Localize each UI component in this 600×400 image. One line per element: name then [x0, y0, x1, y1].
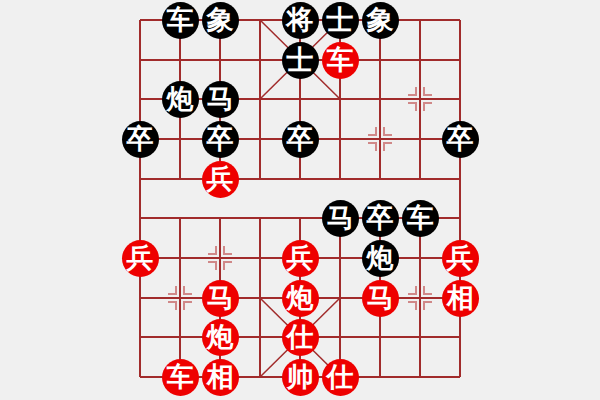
piece-black-chariot[interactable]: 车 — [402, 200, 439, 237]
piece-black-horse[interactable]: 马 — [202, 81, 239, 118]
piece-red-elephant[interactable]: 相 — [202, 359, 239, 396]
piece-black-elephant[interactable]: 象 — [202, 2, 239, 39]
piece-red-advisor[interactable]: 仕 — [282, 319, 319, 356]
piece-red-pawn[interactable]: 兵 — [282, 240, 319, 277]
piece-black-pawn[interactable]: 卒 — [202, 121, 239, 158]
piece-red-pawn[interactable]: 兵 — [122, 240, 159, 277]
piece-black-elephant[interactable]: 象 — [362, 2, 399, 39]
piece-red-horse[interactable]: 马 — [202, 280, 239, 317]
piece-red-elephant[interactable]: 相 — [442, 280, 479, 317]
piece-red-chariot[interactable]: 车 — [322, 42, 359, 79]
piece-red-horse[interactable]: 马 — [362, 280, 399, 317]
piece-red-pawn[interactable]: 兵 — [202, 161, 239, 198]
piece-black-cannon[interactable]: 炮 — [162, 81, 199, 118]
piece-red-cannon[interactable]: 炮 — [202, 319, 239, 356]
piece-black-horse[interactable]: 马 — [322, 200, 359, 237]
piece-black-pawn[interactable]: 卒 — [442, 121, 479, 158]
piece-red-pawn[interactable]: 兵 — [442, 240, 479, 277]
piece-black-advisor[interactable]: 士 — [322, 2, 359, 39]
piece-black-cannon[interactable]: 炮 — [362, 240, 399, 277]
piece-red-chariot[interactable]: 车 — [162, 359, 199, 396]
xiangqi-board[interactable]: 车象将士象士车炮马卒卒卒卒兵马卒车兵兵炮兵马炮马相炮仕车相帅仕 — [0, 0, 600, 400]
piece-black-pawn[interactable]: 卒 — [362, 200, 399, 237]
piece-black-general[interactable]: 将 — [282, 2, 319, 39]
piece-black-advisor[interactable]: 士 — [282, 42, 319, 79]
piece-red-advisor[interactable]: 仕 — [322, 359, 359, 396]
piece-black-chariot[interactable]: 车 — [162, 2, 199, 39]
piece-red-general[interactable]: 帅 — [282, 359, 319, 396]
piece-red-cannon[interactable]: 炮 — [282, 280, 319, 317]
piece-black-pawn[interactable]: 卒 — [282, 121, 319, 158]
piece-black-pawn[interactable]: 卒 — [122, 121, 159, 158]
